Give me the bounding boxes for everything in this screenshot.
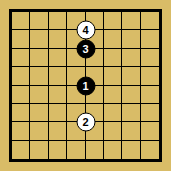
stone-black-1: 1	[76, 76, 95, 95]
go-diagram: 1234	[0, 0, 171, 171]
stone-white-4: 4	[76, 21, 95, 40]
go-board: 1234	[9, 9, 162, 162]
stone-black-3: 3	[76, 39, 95, 58]
stone-white-2: 2	[76, 113, 95, 132]
stones-layer: 1234	[12, 12, 159, 159]
